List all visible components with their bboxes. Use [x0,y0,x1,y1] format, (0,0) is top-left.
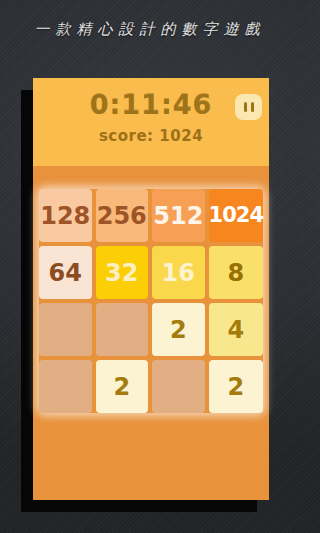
tile-256: 256 [96,189,149,242]
board-cell [96,303,149,356]
tile-16: 16 [152,246,205,299]
tile-2: 2 [152,303,205,356]
pause-icon [244,102,247,112]
hud-header: 0:11:46 score: 1024 [33,78,269,166]
board-cell [39,303,92,356]
tile-2: 2 [96,360,149,413]
tile-32: 32 [96,246,149,299]
board-cell [39,360,92,413]
tile-8: 8 [209,246,263,299]
board-cell [152,360,205,413]
score-value: 1024 [159,127,203,145]
pause-icon [251,102,254,112]
tile-128: 128 [39,189,92,242]
tile-4: 4 [209,303,263,356]
timer-display: 0:11:46 [33,89,269,120]
score-display: score: 1024 [33,127,269,145]
app-tagline: 一款精心設計的數字遊戲 [0,20,300,39]
score-label: score: [99,127,154,145]
tile-64: 64 [39,246,92,299]
pause-button[interactable] [235,94,262,120]
tile-512: 512 [152,189,205,242]
tile-1024: 1024 [209,189,263,242]
game-screen-panel: 0:11:46 score: 1024 128 256 512 1024 64 … [33,78,269,500]
tile-2: 2 [209,360,263,413]
board[interactable]: 128 256 512 1024 64 32 16 8 2 4 2 2 [39,189,263,413]
